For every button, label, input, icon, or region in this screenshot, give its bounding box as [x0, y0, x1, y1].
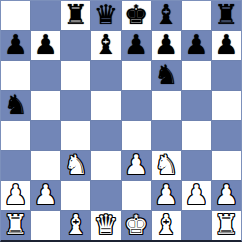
black-pawn-e7[interactable]: ♟ — [124, 31, 148, 58]
square-a8[interactable] — [1, 1, 30, 30]
square-c6[interactable] — [61, 61, 90, 90]
black-pawn-a7[interactable]: ♟ — [3, 31, 27, 58]
square-e1[interactable]: ♚ — [122, 211, 151, 240]
square-e2[interactable] — [122, 181, 151, 210]
black-pawn-g7[interactable]: ♟ — [184, 31, 208, 58]
white-king-e1[interactable]: ♚ — [124, 211, 148, 238]
square-e5[interactable] — [122, 91, 151, 120]
square-f1[interactable]: ♝ — [152, 211, 181, 240]
black-rook-h8[interactable]: ♜ — [214, 1, 238, 28]
square-h2[interactable]: ♟ — [212, 181, 241, 210]
square-a2[interactable]: ♟ — [1, 181, 30, 210]
white-bishop-c1[interactable]: ♝ — [64, 211, 88, 238]
square-b5[interactable] — [31, 91, 60, 120]
white-pawn-b2[interactable]: ♟ — [34, 181, 58, 208]
square-a4[interactable] — [1, 121, 30, 150]
white-bishop-f1[interactable]: ♝ — [154, 211, 178, 238]
white-knight-f3[interactable]: ♞ — [154, 151, 178, 178]
square-c2[interactable] — [61, 181, 90, 210]
white-rook-a1[interactable]: ♜ — [3, 211, 27, 238]
square-d1[interactable]: ♛ — [91, 211, 120, 240]
black-knight-a5[interactable]: ♞ — [3, 91, 27, 118]
square-a7[interactable]: ♟ — [1, 31, 30, 60]
square-g6[interactable] — [182, 61, 211, 90]
square-c5[interactable] — [61, 91, 90, 120]
square-h4[interactable] — [212, 121, 241, 150]
square-h6[interactable] — [212, 61, 241, 90]
black-knight-f6[interactable]: ♞ — [154, 61, 178, 88]
white-queen-d1[interactable]: ♛ — [94, 211, 118, 238]
square-g7[interactable]: ♟ — [182, 31, 211, 60]
square-a6[interactable] — [1, 61, 30, 90]
square-b4[interactable] — [31, 121, 60, 150]
black-rook-c8[interactable]: ♜ — [64, 1, 88, 28]
square-e4[interactable] — [122, 121, 151, 150]
square-c8[interactable]: ♜ — [61, 1, 90, 30]
square-c7[interactable] — [61, 31, 90, 60]
white-knight-c3[interactable]: ♞ — [64, 151, 88, 178]
white-pawn-f2[interactable]: ♟ — [154, 181, 178, 208]
square-h5[interactable] — [212, 91, 241, 120]
square-e6[interactable] — [122, 61, 151, 90]
square-g3[interactable] — [182, 151, 211, 180]
square-c3[interactable]: ♞ — [61, 151, 90, 180]
square-d6[interactable] — [91, 61, 120, 90]
square-c4[interactable] — [61, 121, 90, 150]
square-b2[interactable]: ♟ — [31, 181, 60, 210]
square-e7[interactable]: ♟ — [122, 31, 151, 60]
square-h3[interactable] — [212, 151, 241, 180]
square-b3[interactable] — [31, 151, 60, 180]
square-b7[interactable]: ♟ — [31, 31, 60, 60]
square-b8[interactable] — [31, 1, 60, 30]
square-f7[interactable]: ♟ — [152, 31, 181, 60]
square-f6[interactable]: ♞ — [152, 61, 181, 90]
square-h8[interactable]: ♜ — [212, 1, 241, 30]
square-d2[interactable] — [91, 181, 120, 210]
black-king-e8[interactable]: ♚ — [124, 1, 148, 28]
square-g8[interactable] — [182, 1, 211, 30]
black-bishop-d7[interactable]: ♝ — [94, 31, 118, 58]
black-bishop-f8[interactable]: ♝ — [154, 1, 178, 28]
white-pawn-a2[interactable]: ♟ — [3, 181, 27, 208]
square-b6[interactable] — [31, 61, 60, 90]
black-queen-d8[interactable]: ♛ — [94, 1, 118, 28]
chess-board-container: ♜♛♚♝♜♟♟♝♟♟♟♟♞♞♞♟♞♟♟♟♟♟♜♝♛♚♝♜ — [0, 0, 242, 242]
white-pawn-h2[interactable]: ♟ — [214, 181, 238, 208]
square-a3[interactable] — [1, 151, 30, 180]
square-d8[interactable]: ♛ — [91, 1, 120, 30]
square-a1[interactable]: ♜ — [1, 211, 30, 240]
square-h1[interactable]: ♜ — [212, 211, 241, 240]
white-rook-h1[interactable]: ♜ — [214, 211, 238, 238]
square-a5[interactable]: ♞ — [1, 91, 30, 120]
black-pawn-f7[interactable]: ♟ — [154, 31, 178, 58]
square-f8[interactable]: ♝ — [152, 1, 181, 30]
square-f4[interactable] — [152, 121, 181, 150]
square-e8[interactable]: ♚ — [122, 1, 151, 30]
square-g1[interactable] — [182, 211, 211, 240]
square-d7[interactable]: ♝ — [91, 31, 120, 60]
square-c1[interactable]: ♝ — [61, 211, 90, 240]
black-pawn-h7[interactable]: ♟ — [214, 31, 238, 58]
white-pawn-g2[interactable]: ♟ — [184, 181, 208, 208]
square-f5[interactable] — [152, 91, 181, 120]
square-g5[interactable] — [182, 91, 211, 120]
square-g2[interactable]: ♟ — [182, 181, 211, 210]
black-pawn-b7[interactable]: ♟ — [34, 31, 58, 58]
square-d5[interactable] — [91, 91, 120, 120]
square-d3[interactable] — [91, 151, 120, 180]
square-f3[interactable]: ♞ — [152, 151, 181, 180]
square-f2[interactable]: ♟ — [152, 181, 181, 210]
square-d4[interactable] — [91, 121, 120, 150]
square-g4[interactable] — [182, 121, 211, 150]
square-h7[interactable]: ♟ — [212, 31, 241, 60]
chess-board: ♜♛♚♝♜♟♟♝♟♟♟♟♞♞♞♟♞♟♟♟♟♟♜♝♛♚♝♜ — [0, 0, 242, 242]
square-e3[interactable]: ♟ — [122, 151, 151, 180]
square-b1[interactable] — [31, 211, 60, 240]
white-pawn-e3[interactable]: ♟ — [124, 151, 148, 178]
